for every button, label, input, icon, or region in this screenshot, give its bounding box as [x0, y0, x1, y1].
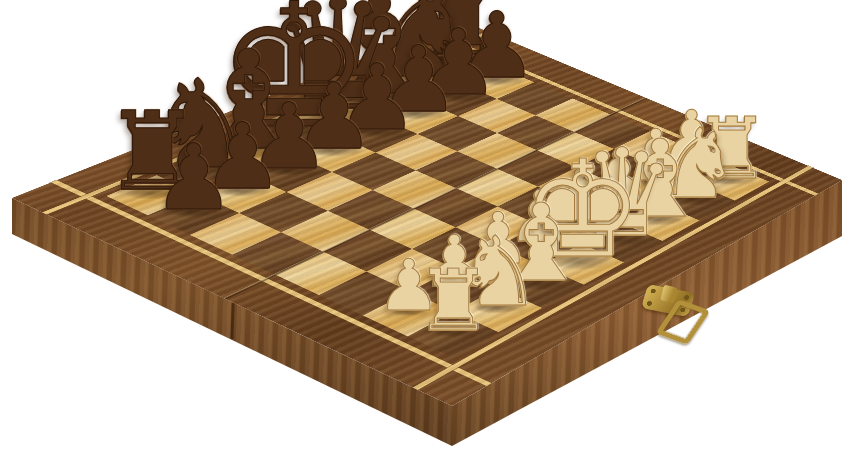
- chess-board: [12, 20, 842, 406]
- chess-set-photo: ♜♞♝♛♚♝♞♜♟♟♟♟♟♟♟♟♟♟♟♟♟♟♟♟♜♞♝♛♚♝♞♜: [0, 0, 850, 459]
- brass-latch: [642, 284, 714, 346]
- fold-seam-left-face: [230, 303, 234, 339]
